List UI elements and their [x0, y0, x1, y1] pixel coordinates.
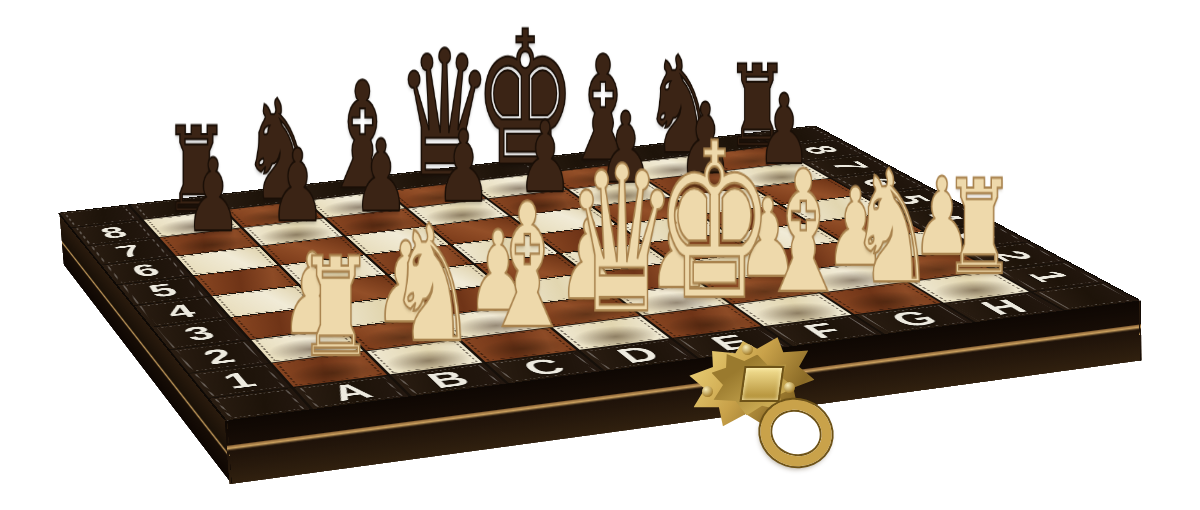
piece-glyph: ♞: [849, 149, 935, 304]
rank-label-5: 5: [118, 276, 209, 305]
chess-set-photo: 8♜♞♝♛♚♝♞♜87♟♟♟♟♟♟♟♟7665544332♟♟♟♟♟♟♟♟21♜…: [0, 0, 1200, 510]
clasp-screw: [702, 386, 713, 397]
piece-glyph: ♛: [566, 139, 678, 341]
piece-glyph: ♜: [943, 162, 1016, 293]
piece-glyph: ♜: [298, 239, 374, 376]
piece-glyph: ♞: [388, 204, 477, 365]
clasp-screw: [784, 382, 795, 393]
piece-glyph: ♟: [270, 136, 325, 236]
clasp-bracket: [739, 366, 784, 402]
file-label-A: A: [294, 376, 408, 409]
piece-glyph: ♝: [479, 181, 574, 353]
chessboard: 8♜♞♝♛♚♝♞♜87♟♟♟♟♟♟♟♟7665544332♟♟♟♟♟♟♟♟21♜…: [57, 125, 1142, 421]
clasp-screw: [742, 344, 753, 355]
piece-glyph: ♟: [185, 146, 241, 247]
board-perspective: 8♜♞♝♛♚♝♞♜87♟♟♟♟♟♟♟♟7665544332♟♟♟♟♟♟♟♟21♜…: [0, 0, 1200, 510]
brass-clasp: [676, 336, 846, 456]
